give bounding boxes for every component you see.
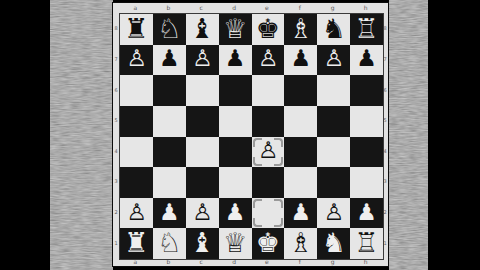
- square-b2[interactable]: ♟: [153, 198, 186, 229]
- square-d1[interactable]: ♕: [219, 228, 252, 259]
- square-d6[interactable]: [219, 75, 252, 106]
- square-h6[interactable]: [350, 75, 383, 106]
- square-c1[interactable]: ♝: [186, 228, 219, 259]
- square-c3[interactable]: [186, 167, 219, 198]
- piece-black-pawn[interactable]: ♙: [258, 47, 279, 70]
- square-h3[interactable]: [350, 167, 383, 198]
- file-label-c: c: [185, 3, 218, 12]
- piece-black-pawn[interactable]: ♙: [126, 47, 147, 70]
- square-a5[interactable]: [120, 106, 153, 137]
- file-label-e: e: [251, 3, 284, 12]
- highlight-corner-e4: [253, 138, 262, 147]
- square-h7[interactable]: ♟: [350, 45, 383, 76]
- square-b7[interactable]: ♟: [153, 45, 186, 76]
- square-e4[interactable]: ♙: [252, 137, 285, 168]
- piece-white-knight[interactable]: ♘: [157, 229, 181, 256]
- square-e6[interactable]: [252, 75, 285, 106]
- file-label-h: h: [349, 3, 382, 12]
- square-f2[interactable]: ♟: [284, 198, 317, 229]
- piece-white-pawn[interactable]: ♙: [192, 201, 213, 224]
- chess-board: ♜♘♝♕♚♗♞♖♙♟♙♟♙♟♙♟♙♙♟♙♟♟♙♟♜♘♝♕♚♗♞♖: [119, 13, 384, 260]
- square-f8[interactable]: ♗: [284, 14, 317, 45]
- piece-black-queen[interactable]: ♕: [223, 15, 247, 42]
- square-a7[interactable]: ♙: [120, 45, 153, 76]
- square-g1[interactable]: ♞: [317, 228, 350, 259]
- square-d4[interactable]: [219, 137, 252, 168]
- piece-black-pawn[interactable]: ♟: [291, 47, 312, 70]
- piece-white-king[interactable]: ♚: [256, 229, 280, 256]
- square-g4[interactable]: [317, 137, 350, 168]
- square-h4[interactable]: [350, 137, 383, 168]
- square-b1[interactable]: ♘: [153, 228, 186, 259]
- piece-black-pawn[interactable]: ♟: [159, 47, 180, 70]
- square-e3[interactable]: [252, 167, 285, 198]
- highlight-corner-e4: [274, 138, 283, 147]
- piece-white-bishop[interactable]: ♗: [289, 229, 313, 256]
- square-h5[interactable]: [350, 106, 383, 137]
- file-label-d: d: [218, 3, 251, 12]
- square-c5[interactable]: [186, 106, 219, 137]
- highlight-corner-e4: [274, 157, 283, 166]
- square-g2[interactable]: ♙: [317, 198, 350, 229]
- square-d3[interactable]: [219, 167, 252, 198]
- highlight-corner-e2: [274, 199, 283, 208]
- square-c6[interactable]: [186, 75, 219, 106]
- square-c7[interactable]: ♙: [186, 45, 219, 76]
- piece-white-pawn[interactable]: ♟: [225, 201, 246, 224]
- square-h8[interactable]: ♖: [350, 14, 383, 45]
- square-f4[interactable]: [284, 137, 317, 168]
- piece-black-knight[interactable]: ♞: [322, 15, 346, 42]
- square-c4[interactable]: [186, 137, 219, 168]
- file-label-a: a: [119, 3, 152, 12]
- square-g6[interactable]: [317, 75, 350, 106]
- piece-black-king[interactable]: ♚: [256, 15, 280, 42]
- piece-white-rook[interactable]: ♖: [354, 229, 378, 256]
- piece-white-queen[interactable]: ♕: [223, 229, 247, 256]
- piece-black-pawn[interactable]: ♟: [225, 47, 246, 70]
- tv-static-noise-left: [50, 0, 113, 270]
- square-b5[interactable]: [153, 106, 186, 137]
- square-h1[interactable]: ♖: [350, 228, 383, 259]
- file-label-f: f: [283, 3, 316, 12]
- piece-white-pawn[interactable]: ♟: [159, 201, 180, 224]
- piece-white-bishop[interactable]: ♝: [190, 229, 214, 256]
- square-g5[interactable]: [317, 106, 350, 137]
- piece-black-rook[interactable]: ♖: [354, 15, 378, 42]
- chess-board-frame: abcdefgh abcdefgh 87654321 87654321 ♜♘♝♕…: [112, 2, 389, 267]
- highlight-corner-e2: [274, 218, 283, 227]
- square-a3[interactable]: [120, 167, 153, 198]
- square-b3[interactable]: [153, 167, 186, 198]
- piece-black-bishop[interactable]: ♝: [190, 15, 214, 42]
- square-h2[interactable]: ♟: [350, 198, 383, 229]
- square-a2[interactable]: ♙: [120, 198, 153, 229]
- square-f3[interactable]: [284, 167, 317, 198]
- piece-white-pawn[interactable]: ♙: [126, 201, 147, 224]
- file-label-b: b: [152, 3, 185, 12]
- piece-black-pawn[interactable]: ♟: [356, 47, 377, 70]
- piece-black-pawn[interactable]: ♙: [323, 47, 344, 70]
- square-d2[interactable]: ♟: [219, 198, 252, 229]
- file-labels-top: abcdefgh: [119, 3, 382, 12]
- square-b8[interactable]: ♘: [153, 14, 186, 45]
- square-a1[interactable]: ♜: [120, 228, 153, 259]
- piece-white-pawn[interactable]: ♟: [291, 201, 312, 224]
- piece-black-pawn[interactable]: ♙: [192, 47, 213, 70]
- piece-white-rook[interactable]: ♜: [124, 229, 148, 256]
- square-e5[interactable]: [252, 106, 285, 137]
- square-d5[interactable]: [219, 106, 252, 137]
- square-e7[interactable]: ♙: [252, 45, 285, 76]
- piece-white-pawn[interactable]: ♟: [356, 201, 377, 224]
- highlight-corner-e2: [253, 218, 262, 227]
- square-f7[interactable]: ♟: [284, 45, 317, 76]
- square-b6[interactable]: [153, 75, 186, 106]
- square-g8[interactable]: ♞: [317, 14, 350, 45]
- square-d7[interactable]: ♟: [219, 45, 252, 76]
- piece-black-knight[interactable]: ♘: [157, 15, 181, 42]
- square-f1[interactable]: ♗: [284, 228, 317, 259]
- square-f6[interactable]: [284, 75, 317, 106]
- square-a6[interactable]: [120, 75, 153, 106]
- square-g7[interactable]: ♙: [317, 45, 350, 76]
- file-label-g: g: [316, 3, 349, 12]
- square-e2[interactable]: [252, 198, 285, 229]
- piece-white-pawn[interactable]: ♙: [323, 201, 344, 224]
- square-f5[interactable]: [284, 106, 317, 137]
- highlight-corner-e2: [253, 199, 262, 208]
- square-d8[interactable]: ♕: [219, 14, 252, 45]
- square-b4[interactable]: [153, 137, 186, 168]
- tv-static-noise-right: [389, 0, 428, 270]
- square-c2[interactable]: ♙: [186, 198, 219, 229]
- piece-black-bishop[interactable]: ♗: [289, 15, 313, 42]
- square-a8[interactable]: ♜: [120, 14, 153, 45]
- square-g3[interactable]: [317, 167, 350, 198]
- piece-white-knight[interactable]: ♞: [322, 229, 346, 256]
- square-e1[interactable]: ♚: [252, 228, 285, 259]
- square-c8[interactable]: ♝: [186, 14, 219, 45]
- piece-black-rook[interactable]: ♜: [124, 15, 148, 42]
- highlight-corner-e4: [253, 157, 262, 166]
- square-a4[interactable]: [120, 137, 153, 168]
- square-e8[interactable]: ♚: [252, 14, 285, 45]
